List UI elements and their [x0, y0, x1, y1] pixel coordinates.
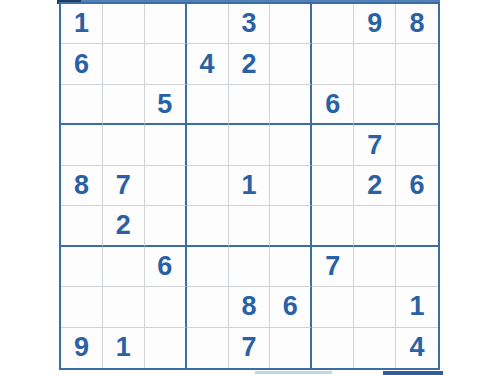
given-digit: 6: [283, 293, 298, 320]
cell-r8c3[interactable]: [145, 287, 187, 327]
cell-r5c2[interactable]: 7: [103, 166, 145, 206]
cell-r1c3[interactable]: [145, 4, 187, 44]
cell-r9c7[interactable]: [312, 328, 354, 368]
cell-r7c6[interactable]: [270, 247, 312, 287]
cell-r1c2[interactable]: [103, 4, 145, 44]
given-digit: 1: [116, 334, 131, 361]
cell-r2c6[interactable]: [270, 44, 312, 84]
cell-r6c8[interactable]: [354, 206, 396, 246]
cell-r9c8[interactable]: [354, 328, 396, 368]
given-digit: 7: [367, 132, 382, 159]
cell-r9c2[interactable]: 1: [103, 328, 145, 368]
given-digit: 1: [74, 10, 89, 37]
cell-r9c1[interactable]: 9: [61, 328, 103, 368]
cell-r2c8[interactable]: [354, 44, 396, 84]
cell-r3c2[interactable]: [103, 85, 145, 125]
given-digit: 6: [157, 253, 172, 280]
given-digit: 7: [325, 253, 340, 280]
cell-r4c2[interactable]: [103, 125, 145, 165]
cell-r4c8[interactable]: 7: [354, 125, 396, 165]
cell-r5c1[interactable]: 8: [61, 166, 103, 206]
cell-r6c6[interactable]: [270, 206, 312, 246]
cell-r1c4[interactable]: [187, 4, 229, 44]
cell-r9c3[interactable]: [145, 328, 187, 368]
cell-r6c2[interactable]: 2: [103, 206, 145, 246]
cell-r7c4[interactable]: [187, 247, 229, 287]
cell-r2c2[interactable]: [103, 44, 145, 84]
given-digit: 1: [241, 172, 256, 199]
given-digit: 4: [200, 51, 215, 78]
cell-r8c2[interactable]: [103, 287, 145, 327]
cell-r3c5[interactable]: [229, 85, 271, 125]
given-digit: 1: [410, 293, 425, 320]
given-digit: 9: [367, 10, 382, 37]
cell-r6c5[interactable]: [229, 206, 271, 246]
cell-r2c9[interactable]: [396, 44, 438, 84]
cell-r3c7[interactable]: 6: [312, 85, 354, 125]
cell-r6c3[interactable]: [145, 206, 187, 246]
cell-r5c5[interactable]: 1: [229, 166, 271, 206]
cell-r6c7[interactable]: [312, 206, 354, 246]
bottom-edge-strip-dark-segment: [383, 371, 443, 375]
cell-r8c8[interactable]: [354, 287, 396, 327]
cell-r8c4[interactable]: [187, 287, 229, 327]
cell-r1c1[interactable]: 1: [61, 4, 103, 44]
given-digit: 5: [157, 91, 172, 118]
cell-r8c6[interactable]: 6: [270, 287, 312, 327]
cell-r3c6[interactable]: [270, 85, 312, 125]
cell-r4c9[interactable]: [396, 125, 438, 165]
cell-r9c6[interactable]: [270, 328, 312, 368]
cell-r6c9[interactable]: [396, 206, 438, 246]
cell-r4c1[interactable]: [61, 125, 103, 165]
cell-r4c4[interactable]: [187, 125, 229, 165]
given-digit: 6: [325, 91, 340, 118]
cell-r7c9[interactable]: [396, 247, 438, 287]
cell-r2c3[interactable]: [145, 44, 187, 84]
cell-r7c2[interactable]: [103, 247, 145, 287]
cell-r2c1[interactable]: 6: [61, 44, 103, 84]
cell-r5c7[interactable]: [312, 166, 354, 206]
cell-r8c9[interactable]: 1: [396, 287, 438, 327]
cell-r3c8[interactable]: [354, 85, 396, 125]
cell-r4c5[interactable]: [229, 125, 271, 165]
cell-r8c1[interactable]: [61, 287, 103, 327]
given-digit: 8: [74, 172, 89, 199]
cell-r6c4[interactable]: [187, 206, 229, 246]
given-digit: 6: [410, 172, 425, 199]
cell-r2c4[interactable]: 4: [187, 44, 229, 84]
given-digit: 3: [241, 10, 256, 37]
cell-r4c6[interactable]: [270, 125, 312, 165]
sudoku-board: 1398642567871262678619174: [59, 2, 440, 370]
given-digit: 7: [241, 334, 256, 361]
given-digit: 8: [241, 293, 256, 320]
given-digit: 7: [116, 172, 131, 199]
cell-r8c7[interactable]: [312, 287, 354, 327]
cell-r1c8[interactable]: 9: [354, 4, 396, 44]
cell-r6c1[interactable]: [61, 206, 103, 246]
cell-r3c9[interactable]: [396, 85, 438, 125]
cell-r2c7[interactable]: [312, 44, 354, 84]
cell-r1c9[interactable]: 8: [396, 4, 438, 44]
given-digit: 2: [241, 51, 256, 78]
cell-r3c1[interactable]: [61, 85, 103, 125]
given-digit: 4: [410, 334, 425, 361]
cell-r1c6[interactable]: [270, 4, 312, 44]
cell-r8c5[interactable]: 8: [229, 287, 271, 327]
cell-r1c7[interactable]: [312, 4, 354, 44]
cell-r7c1[interactable]: [61, 247, 103, 287]
cell-r9c9[interactable]: 4: [396, 328, 438, 368]
cell-r7c5[interactable]: [229, 247, 271, 287]
cell-r4c3[interactable]: [145, 125, 187, 165]
given-digit: 9: [74, 334, 89, 361]
cell-r7c7[interactable]: 7: [312, 247, 354, 287]
cell-r5c3[interactable]: [145, 166, 187, 206]
cell-r3c4[interactable]: [187, 85, 229, 125]
cell-r5c4[interactable]: [187, 166, 229, 206]
cell-r2c5[interactable]: 2: [229, 44, 271, 84]
cell-r5c6[interactable]: [270, 166, 312, 206]
cell-r5c9[interactable]: 6: [396, 166, 438, 206]
cell-r1c5[interactable]: 3: [229, 4, 271, 44]
cell-r7c8[interactable]: [354, 247, 396, 287]
bottom-edge-strip-faint-segment: [255, 371, 332, 374]
cell-r5c8[interactable]: 2: [354, 166, 396, 206]
given-digit: 8: [410, 10, 425, 37]
given-digit: 2: [367, 172, 382, 199]
cell-r9c4[interactable]: [187, 328, 229, 368]
given-digit: 6: [74, 51, 89, 78]
cell-r9c5[interactable]: 7: [229, 328, 271, 368]
given-digit: 2: [116, 212, 131, 239]
cell-r4c7[interactable]: [312, 125, 354, 165]
cell-r3c3[interactable]: 5: [145, 85, 187, 125]
cell-r7c3[interactable]: 6: [145, 247, 187, 287]
